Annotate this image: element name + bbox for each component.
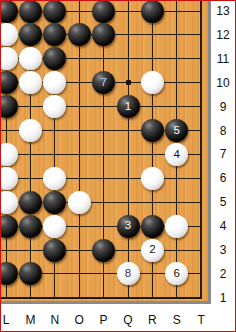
row-label-6: 6 xyxy=(211,170,235,186)
stone-black-L10 xyxy=(0,71,18,94)
column-label-R: R xyxy=(143,312,161,328)
stone-black-P12 xyxy=(92,23,115,46)
move-number-1: 1 xyxy=(125,101,131,113)
column-label-T: T xyxy=(192,312,210,328)
stone-white-N6 xyxy=(43,167,66,190)
stone-black-N11 xyxy=(43,47,66,70)
stone-black-N5 xyxy=(43,191,66,214)
column-label-P: P xyxy=(95,312,113,328)
stone-black-O12 xyxy=(68,23,91,46)
star-point-Q10 xyxy=(126,80,131,85)
row-label-13: 13 xyxy=(211,3,235,19)
move-number-4: 4 xyxy=(174,149,180,161)
stone-black-S8: 5 xyxy=(165,119,188,142)
stone-black-N13 xyxy=(43,0,66,23)
stone-white-O5 xyxy=(68,191,91,214)
row-label-12: 12 xyxy=(211,27,235,43)
stone-white-L11 xyxy=(0,47,18,70)
grid-line xyxy=(200,1,202,299)
stone-black-N12 xyxy=(43,23,66,46)
stone-white-L6 xyxy=(0,167,18,190)
column-label-O: O xyxy=(70,312,88,328)
stone-black-R13 xyxy=(141,0,164,23)
grid-line xyxy=(1,178,202,179)
row-label-4: 4 xyxy=(211,218,235,234)
row-label-9: 9 xyxy=(211,99,235,115)
move-number-5: 5 xyxy=(174,125,180,137)
stone-black-R8 xyxy=(141,119,164,142)
stone-black-Q9: 1 xyxy=(117,95,140,118)
stone-white-R6 xyxy=(141,167,164,190)
column-label-L: L xyxy=(0,312,15,328)
stone-black-M4 xyxy=(19,215,42,238)
stone-black-M12 xyxy=(19,23,42,46)
go-board[interactable]: 71543286 xyxy=(1,1,211,304)
stone-black-L13 xyxy=(0,0,18,23)
move-number-6: 6 xyxy=(174,268,180,280)
stone-black-R4 xyxy=(141,215,164,238)
row-label-8: 8 xyxy=(211,123,235,139)
row-label-5: 5 xyxy=(211,194,235,210)
stone-white-R3: 2 xyxy=(141,239,164,262)
stone-black-M5 xyxy=(19,191,42,214)
move-number-3: 3 xyxy=(125,220,131,232)
stone-white-L12 xyxy=(0,23,18,46)
stone-black-P3 xyxy=(92,239,115,262)
stone-black-P13 xyxy=(92,0,115,23)
row-label-3: 3 xyxy=(211,242,235,258)
go-diagram: 71543286 13121110987654321 LMNOPQRST xyxy=(0,0,236,332)
row-label-11: 11 xyxy=(211,51,235,67)
stone-black-L4 xyxy=(0,215,18,238)
row-label-1: 1 xyxy=(211,290,235,306)
column-label-Q: Q xyxy=(119,312,137,328)
stone-black-P10: 7 xyxy=(92,71,115,94)
move-number-2: 2 xyxy=(149,244,155,256)
stone-white-Q2: 8 xyxy=(117,262,140,285)
stone-white-S2: 6 xyxy=(165,262,188,285)
stone-white-S7: 4 xyxy=(165,143,188,166)
stone-black-M13 xyxy=(19,0,42,23)
grid-line xyxy=(1,106,202,107)
stone-black-L2 xyxy=(0,262,18,285)
stone-black-Q4: 3 xyxy=(117,215,140,238)
stone-black-N3 xyxy=(43,239,66,262)
grid-line xyxy=(1,297,202,299)
column-label-N: N xyxy=(46,312,64,328)
row-label-10: 10 xyxy=(211,75,235,91)
stone-white-N10 xyxy=(43,71,66,94)
stone-white-N9 xyxy=(43,95,66,118)
stone-white-L7 xyxy=(0,143,18,166)
move-number-7: 7 xyxy=(100,77,106,89)
stone-white-N4 xyxy=(43,215,66,238)
column-label-S: S xyxy=(168,312,186,328)
stone-black-M2 xyxy=(19,262,42,285)
column-label-M: M xyxy=(21,312,39,328)
stone-white-L5 xyxy=(0,191,18,214)
stone-white-S4 xyxy=(165,215,188,238)
stone-white-M8 xyxy=(19,119,42,142)
stone-black-L9 xyxy=(0,95,18,118)
stone-white-M10 xyxy=(19,71,42,94)
grid-line xyxy=(128,1,129,299)
move-number-8: 8 xyxy=(125,268,131,280)
row-label-7: 7 xyxy=(211,146,235,162)
stone-white-R10 xyxy=(141,71,164,94)
stone-white-M11 xyxy=(19,47,42,70)
row-label-2: 2 xyxy=(211,266,235,282)
